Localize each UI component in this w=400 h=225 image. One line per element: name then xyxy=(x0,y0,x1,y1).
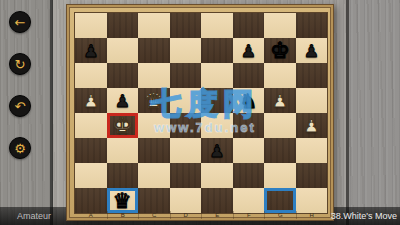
square-a4[interactable] xyxy=(75,113,107,138)
piece-white-pawn[interactable]: ♟ xyxy=(264,88,296,113)
piece-black-pawn[interactable]: ♟ xyxy=(233,38,265,63)
square-g7[interactable]: ♚ xyxy=(264,38,296,63)
square-a1[interactable] xyxy=(75,188,107,213)
piece-black-king[interactable]: ♚ xyxy=(264,38,296,63)
square-g2[interactable] xyxy=(264,163,296,188)
square-a8[interactable] xyxy=(75,13,107,38)
move-indicator: 38.White's Move xyxy=(331,211,397,221)
square-b5[interactable]: ♟ xyxy=(107,88,139,113)
piece-white-pawn[interactable]: ♟ xyxy=(296,113,328,138)
square-b8[interactable] xyxy=(107,13,139,38)
square-a7[interactable]: ♟ xyxy=(75,38,107,63)
square-b1[interactable]: ♛ xyxy=(107,188,139,213)
rotate-button[interactable]: ↻ xyxy=(9,53,31,75)
square-e5[interactable] xyxy=(201,88,233,113)
file-label-d: D xyxy=(170,211,202,219)
back-button[interactable]: ← xyxy=(9,11,31,33)
square-b6[interactable] xyxy=(107,63,139,88)
square-f8[interactable] xyxy=(233,13,265,38)
square-h5[interactable] xyxy=(296,88,328,113)
file-label-a: A xyxy=(75,211,107,219)
square-a6[interactable] xyxy=(75,63,107,88)
square-h1[interactable] xyxy=(296,188,328,213)
piece-black-pawn[interactable]: ♟ xyxy=(201,138,233,163)
square-b7[interactable] xyxy=(107,38,139,63)
square-g3[interactable] xyxy=(264,138,296,163)
square-a5[interactable]: ♟ xyxy=(75,88,107,113)
square-c3[interactable] xyxy=(138,138,170,163)
square-f5[interactable]: ♞ xyxy=(233,88,265,113)
square-h3[interactable] xyxy=(296,138,328,163)
piece-black-pawn[interactable]: ♟ xyxy=(296,38,328,63)
square-e8[interactable] xyxy=(201,13,233,38)
square-c1[interactable] xyxy=(138,188,170,213)
square-d8[interactable] xyxy=(170,13,202,38)
piece-white-king[interactable]: ♚ xyxy=(107,113,139,138)
gear-icon: ⚙ xyxy=(14,142,26,155)
square-f7[interactable]: ♟ xyxy=(233,38,265,63)
file-label-c: C xyxy=(138,211,170,219)
file-label-h: H xyxy=(296,211,328,219)
square-e1[interactable] xyxy=(201,188,233,213)
square-g8[interactable] xyxy=(264,13,296,38)
square-f1[interactable] xyxy=(233,188,265,213)
square-d3[interactable] xyxy=(170,138,202,163)
square-e6[interactable] xyxy=(201,63,233,88)
square-h8[interactable] xyxy=(296,13,328,38)
square-c7[interactable] xyxy=(138,38,170,63)
square-d1[interactable] xyxy=(170,188,202,213)
file-label-g: G xyxy=(264,211,296,219)
piece-black-knight[interactable]: ♞ xyxy=(233,88,265,113)
piece-black-pawn[interactable]: ♟ xyxy=(107,88,139,113)
square-c6[interactable] xyxy=(138,63,170,88)
square-f6[interactable] xyxy=(233,63,265,88)
square-g4[interactable] xyxy=(264,113,296,138)
piece-black-pawn[interactable]: ♟ xyxy=(75,38,107,63)
square-d7[interactable] xyxy=(170,38,202,63)
difficulty-label: Amateur xyxy=(17,211,51,221)
square-f2[interactable] xyxy=(233,163,265,188)
square-g5[interactable]: ♟ xyxy=(264,88,296,113)
square-c4[interactable] xyxy=(138,113,170,138)
board-grid: ♟♟♚♟♟♟♛♞♟♚♟♟♛ xyxy=(75,13,327,213)
undo-button[interactable]: ↶ xyxy=(9,95,31,117)
square-c5[interactable]: ♛ xyxy=(138,88,170,113)
square-e4[interactable] xyxy=(201,113,233,138)
back-icon: ← xyxy=(15,16,26,29)
undo-icon: ↶ xyxy=(15,100,26,113)
square-b4[interactable]: ♚ xyxy=(107,113,139,138)
square-g6[interactable] xyxy=(264,63,296,88)
piece-white-pawn[interactable]: ♟ xyxy=(75,88,107,113)
sidebar: ← ↻ ↶ ⚙ xyxy=(9,11,31,179)
last-move-highlight xyxy=(264,188,296,213)
piece-white-queen[interactable]: ♛ xyxy=(138,88,170,113)
square-c8[interactable] xyxy=(138,13,170,38)
square-h2[interactable] xyxy=(296,163,328,188)
settings-button[interactable]: ⚙ xyxy=(9,137,31,159)
square-d4[interactable] xyxy=(170,113,202,138)
square-d6[interactable] xyxy=(170,63,202,88)
square-a3[interactable] xyxy=(75,138,107,163)
square-c2[interactable] xyxy=(138,163,170,188)
square-g1[interactable] xyxy=(264,188,296,213)
square-h4[interactable]: ♟ xyxy=(296,113,328,138)
chess-board: ♟♟♚♟♟♟♛♞♟♚♟♟♛ A B C D E F G H xyxy=(66,4,334,221)
app-window: ← ↻ ↶ ⚙ ♟♟♚♟♟♟♛♞♟♚♟♟♛ A B C D E F G H 七度… xyxy=(0,0,400,225)
square-h7[interactable]: ♟ xyxy=(296,38,328,63)
file-label-f: F xyxy=(233,211,265,219)
rotate-icon: ↻ xyxy=(15,58,26,71)
square-e3[interactable]: ♟ xyxy=(201,138,233,163)
square-d5[interactable] xyxy=(170,88,202,113)
file-label-e: E xyxy=(201,211,233,219)
square-e2[interactable] xyxy=(201,163,233,188)
square-e7[interactable] xyxy=(201,38,233,63)
square-h6[interactable] xyxy=(296,63,328,88)
square-a2[interactable] xyxy=(75,163,107,188)
square-f4[interactable] xyxy=(233,113,265,138)
square-f3[interactable] xyxy=(233,138,265,163)
square-b2[interactable] xyxy=(107,163,139,188)
square-b3[interactable] xyxy=(107,138,139,163)
piece-black-queen[interactable]: ♛ xyxy=(107,188,139,213)
square-d2[interactable] xyxy=(170,163,202,188)
